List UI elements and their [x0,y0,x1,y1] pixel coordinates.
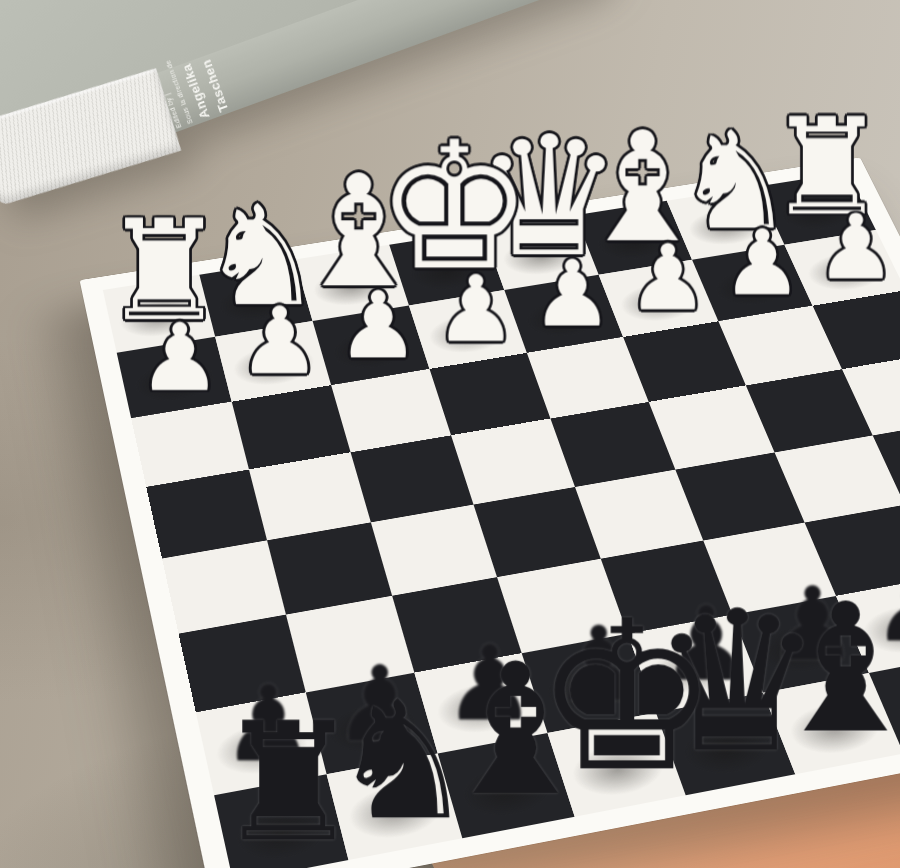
black-rook-h8: ♜ [215,705,362,860]
square-h8: ♜ [214,774,348,868]
board-grid: ♜♞♝♚♛♝♞♜♟♟♟♟♟♟♟♟♟♟♟♟♟♟♟♟♜♞♝♚♛♝♞♜ [103,172,900,868]
white-pawn-a2: ♟ [816,205,897,290]
white-pawn-e2: ♟ [435,266,517,353]
white-pawn-h2: ♟ [138,314,222,403]
white-pawn-g2: ♟ [238,298,321,386]
photo-scene: New Edited by | Sous la direction de Ang… [0,0,900,868]
white-pawn-f2: ♟ [337,282,420,370]
white-pawn-d2: ♟ [531,251,613,338]
white-pawn-c2: ♟ [627,236,708,322]
white-pawn-b2: ♟ [722,220,803,306]
chess-board: ♜♞♝♚♛♝♞♜♟♟♟♟♟♟♟♟♟♟♟♟♟♟♟♟♜♞♝♚♛♝♞♜ [103,172,900,868]
square-d3 [527,337,649,418]
